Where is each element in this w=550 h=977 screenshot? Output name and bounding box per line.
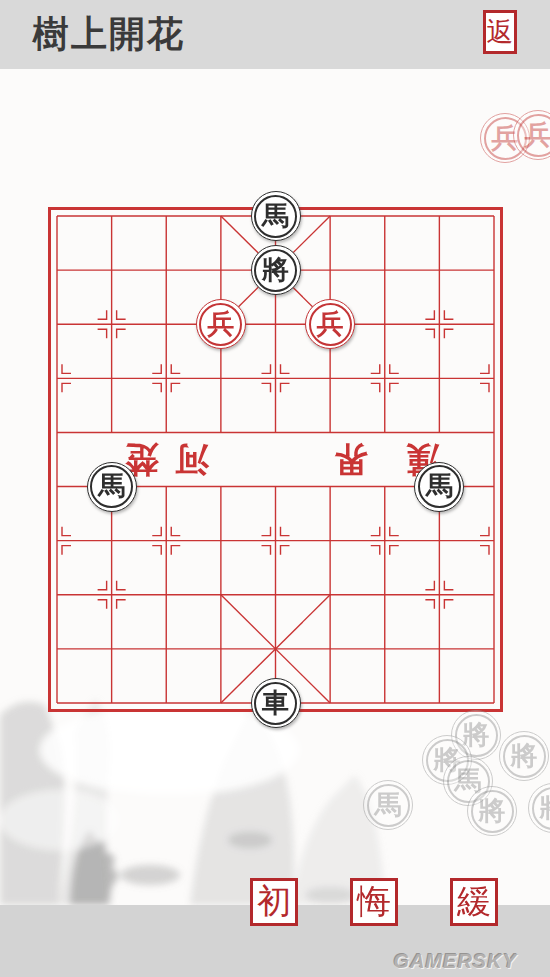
decor-piece-horse: 馬 [363,780,413,830]
gamersky-watermark: GAMERSKY [393,950,517,973]
piece-face: 兵 [309,303,352,346]
piece-face: 馬 [90,465,133,508]
black-chariot[interactable]: 車 [251,678,301,728]
piece-face: 將 [532,787,550,830]
piece-face: 馬 [254,195,297,238]
black-general[interactable]: 將 [251,245,301,295]
piece-character: 將 [511,743,538,770]
piece-face: 將 [254,249,297,292]
back-button[interactable]: 返 [483,10,517,54]
piece-character: 兵 [317,311,344,338]
river-text: 河 [175,441,210,478]
red-soldier[interactable]: 兵 [305,299,355,349]
puzzle-title: 樹上開花 [33,10,185,59]
piece-face: 馬 [418,465,461,508]
piece-character: 將 [540,795,550,822]
delay-button[interactable]: 緩 [450,878,498,926]
decor-piece-general: 將 [499,731,549,781]
piece-character: 兵 [525,122,550,149]
piece-character: 將 [262,257,289,284]
decor-piece-general: 將 [467,786,517,836]
piece-character: 馬 [375,792,402,819]
river-text: 界 [334,441,369,478]
black-horse[interactable]: 馬 [251,191,301,241]
decor-piece-general: 將 [528,783,550,833]
piece-face: 將 [503,735,546,778]
mountain-ink-painting [0,690,390,905]
restart-button[interactable]: 初 [250,878,298,926]
header-bar: 樹上開花 [0,0,550,69]
piece-character: 兵 [207,311,234,338]
piece-character: 馬 [426,473,453,500]
piece-face: 兵 [517,114,550,157]
black-horse[interactable]: 馬 [414,462,464,512]
black-horse[interactable]: 馬 [87,462,137,512]
xiangqi-board: 楚河界漢 馬將兵兵馬馬車 [48,207,503,712]
piece-face: 兵 [199,303,242,346]
app-screen: GAMERSKY 樹上開花 返 楚河界漢 馬將兵兵馬馬車 初 悔 緩 兵兵將將將… [0,0,550,977]
piece-character: 馬 [262,203,289,230]
undo-button[interactable]: 悔 [350,878,398,926]
piece-face: 將 [471,790,514,833]
piece-character: 馬 [98,473,125,500]
piece-face: 車 [254,682,297,725]
piece-character: 將 [479,798,506,825]
red-soldier[interactable]: 兵 [196,299,246,349]
piece-character: 車 [262,690,289,717]
piece-face: 馬 [367,784,410,827]
